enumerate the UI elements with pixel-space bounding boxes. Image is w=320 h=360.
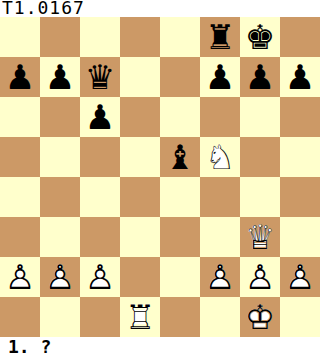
square-b5[interactable]: [40, 137, 80, 177]
square-c2[interactable]: ♟♙: [80, 257, 120, 297]
black-pawn-piece[interactable]: ♟: [80, 97, 120, 137]
square-d5[interactable]: [120, 137, 160, 177]
white-rook-piece[interactable]: ♜♖: [120, 297, 160, 337]
square-e6[interactable]: [160, 97, 200, 137]
piece-outline-layer: ♔: [240, 297, 280, 337]
square-g7[interactable]: ♟: [240, 57, 280, 97]
black-pawn-piece[interactable]: ♟: [200, 57, 240, 97]
square-f6[interactable]: [200, 97, 240, 137]
square-f2[interactable]: ♟♙: [200, 257, 240, 297]
white-queen-piece[interactable]: ♛♕: [240, 217, 280, 257]
piece-outline-layer: ♙: [200, 257, 240, 297]
black-pawn-piece[interactable]: ♟: [0, 57, 40, 97]
square-f8[interactable]: ♜: [200, 17, 240, 57]
square-e2[interactable]: [160, 257, 200, 297]
square-c3[interactable]: [80, 217, 120, 257]
white-pawn-piece[interactable]: ♟♙: [280, 257, 320, 297]
square-a3[interactable]: [0, 217, 40, 257]
square-b3[interactable]: [40, 217, 80, 257]
square-e7[interactable]: [160, 57, 200, 97]
black-queen-piece[interactable]: ♛: [80, 57, 120, 97]
white-pawn-piece[interactable]: ♟♙: [40, 257, 80, 297]
chess-board: ♜♚♟♟♛♟♟♟♟♝♞♘♛♕♟♙♟♙♟♙♟♙♟♙♟♙♜♖♚♔: [0, 17, 320, 337]
square-b6[interactable]: [40, 97, 80, 137]
black-pawn-piece[interactable]: ♟: [240, 57, 280, 97]
white-king-piece[interactable]: ♚♔: [240, 297, 280, 337]
white-knight-piece[interactable]: ♞♘: [200, 137, 240, 177]
square-c1[interactable]: [80, 297, 120, 337]
square-a1[interactable]: [0, 297, 40, 337]
square-f3[interactable]: [200, 217, 240, 257]
square-b4[interactable]: [40, 177, 80, 217]
square-g6[interactable]: [240, 97, 280, 137]
square-b7[interactable]: ♟: [40, 57, 80, 97]
piece-outline-layer: ♙: [80, 257, 120, 297]
square-h8[interactable]: [280, 17, 320, 57]
black-bishop-piece[interactable]: ♝: [160, 137, 200, 177]
move-prompt: 1. ?: [8, 336, 51, 358]
square-h6[interactable]: [280, 97, 320, 137]
square-f1[interactable]: [200, 297, 240, 337]
square-d1[interactable]: ♜♖: [120, 297, 160, 337]
black-pawn-piece[interactable]: ♟: [280, 57, 320, 97]
square-g2[interactable]: ♟♙: [240, 257, 280, 297]
white-pawn-piece[interactable]: ♟♙: [80, 257, 120, 297]
piece-outline-layer: ♕: [240, 217, 280, 257]
square-h7[interactable]: ♟: [280, 57, 320, 97]
square-a6[interactable]: [0, 97, 40, 137]
piece-outline-layer: ♙: [0, 257, 40, 297]
square-h3[interactable]: [280, 217, 320, 257]
white-pawn-piece[interactable]: ♟♙: [240, 257, 280, 297]
square-e5[interactable]: ♝: [160, 137, 200, 177]
white-pawn-piece[interactable]: ♟♙: [0, 257, 40, 297]
square-h4[interactable]: [280, 177, 320, 217]
square-a2[interactable]: ♟♙: [0, 257, 40, 297]
square-b8[interactable]: [40, 17, 80, 57]
square-g8[interactable]: ♚: [240, 17, 280, 57]
square-f5[interactable]: ♞♘: [200, 137, 240, 177]
square-c8[interactable]: [80, 17, 120, 57]
square-e8[interactable]: [160, 17, 200, 57]
piece-outline-layer: ♙: [40, 257, 80, 297]
square-c7[interactable]: ♛: [80, 57, 120, 97]
piece-outline-layer: ♖: [120, 297, 160, 337]
square-b1[interactable]: [40, 297, 80, 337]
square-d8[interactable]: [120, 17, 160, 57]
square-d7[interactable]: [120, 57, 160, 97]
square-h2[interactable]: ♟♙: [280, 257, 320, 297]
square-f7[interactable]: ♟: [200, 57, 240, 97]
square-c4[interactable]: [80, 177, 120, 217]
black-rook-piece[interactable]: ♜: [200, 17, 240, 57]
square-d3[interactable]: [120, 217, 160, 257]
piece-outline-layer: ♙: [280, 257, 320, 297]
square-a5[interactable]: [0, 137, 40, 177]
square-g5[interactable]: [240, 137, 280, 177]
piece-outline-layer: ♘: [200, 137, 240, 177]
square-g4[interactable]: [240, 177, 280, 217]
square-d2[interactable]: [120, 257, 160, 297]
square-h5[interactable]: [280, 137, 320, 177]
square-c5[interactable]: [80, 137, 120, 177]
puzzle-id: T1.0167: [2, 0, 85, 18]
square-h1[interactable]: [280, 297, 320, 337]
square-a4[interactable]: [0, 177, 40, 217]
square-a8[interactable]: [0, 17, 40, 57]
square-a7[interactable]: ♟: [0, 57, 40, 97]
square-e1[interactable]: [160, 297, 200, 337]
square-e4[interactable]: [160, 177, 200, 217]
square-c6[interactable]: ♟: [80, 97, 120, 137]
square-f4[interactable]: [200, 177, 240, 217]
chess-puzzle-page: T1.0167 ♜♚♟♟♛♟♟♟♟♝♞♘♛♕♟♙♟♙♟♙♟♙♟♙♟♙♜♖♚♔ 1…: [0, 0, 320, 360]
square-g3[interactable]: ♛♕: [240, 217, 280, 257]
black-king-piece[interactable]: ♚: [240, 17, 280, 57]
square-e3[interactable]: [160, 217, 200, 257]
square-g1[interactable]: ♚♔: [240, 297, 280, 337]
piece-outline-layer: ♙: [240, 257, 280, 297]
black-pawn-piece[interactable]: ♟: [40, 57, 80, 97]
square-d6[interactable]: [120, 97, 160, 137]
square-d4[interactable]: [120, 177, 160, 217]
square-b2[interactable]: ♟♙: [40, 257, 80, 297]
white-pawn-piece[interactable]: ♟♙: [200, 257, 240, 297]
